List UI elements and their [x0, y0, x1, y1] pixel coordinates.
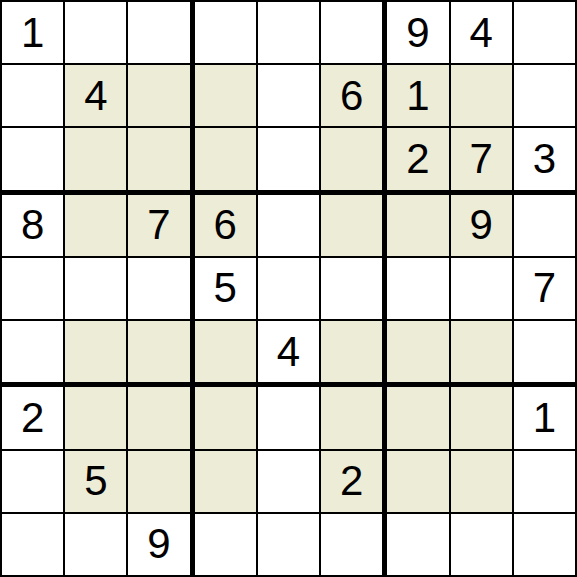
sudoku-cell-r6c4[interactable] — [195, 321, 256, 382]
sudoku-cell-r6c6[interactable] — [321, 321, 382, 382]
given-digit: 8 — [21, 204, 44, 246]
sudoku-cell-r5c4[interactable]: 5 — [195, 258, 256, 319]
sudoku-cell-r3c9[interactable]: 3 — [514, 128, 575, 189]
given-digit: 7 — [533, 267, 556, 309]
given-digit: 2 — [340, 460, 363, 502]
sudoku-cell-r1c8[interactable]: 4 — [451, 2, 512, 63]
sudoku-cell-r1c3[interactable] — [128, 2, 189, 63]
sudoku-cell-r2c5[interactable] — [258, 65, 319, 126]
sudoku-cell-r9c3[interactable]: 9 — [128, 514, 189, 575]
sudoku-cell-r8c6[interactable]: 2 — [321, 451, 382, 512]
sudoku-cell-r9c8[interactable] — [451, 514, 512, 575]
sudoku-cell-r2c8[interactable] — [451, 65, 512, 126]
sudoku-cell-r1c2[interactable] — [65, 2, 126, 63]
sudoku-cell-r4c9[interactable] — [514, 195, 575, 256]
sudoku-cell-r9c1[interactable] — [2, 514, 63, 575]
sudoku-cell-r4c8[interactable]: 9 — [451, 195, 512, 256]
given-digit: 6 — [340, 75, 363, 117]
sudoku-cell-r5c2[interactable] — [65, 258, 126, 319]
sudoku-cell-r5c3[interactable] — [128, 258, 189, 319]
sudoku-cell-r2c4[interactable] — [195, 65, 256, 126]
sudoku-cell-r2c1[interactable] — [2, 65, 63, 126]
sudoku-cell-r8c5[interactable] — [258, 451, 319, 512]
sudoku-cell-r9c5[interactable] — [258, 514, 319, 575]
sudoku-cell-r4c6[interactable] — [321, 195, 382, 256]
given-digit: 3 — [533, 138, 556, 180]
sudoku-cell-r7c5[interactable] — [258, 387, 319, 448]
sudoku-cell-r8c9[interactable] — [514, 451, 575, 512]
sudoku-cell-r2c9[interactable] — [514, 65, 575, 126]
sudoku-cell-r5c6[interactable] — [321, 258, 382, 319]
given-digit: 5 — [214, 267, 237, 309]
sudoku-cell-r7c9[interactable]: 1 — [514, 387, 575, 448]
sudoku-cell-r3c7[interactable]: 2 — [387, 128, 448, 189]
sudoku-cell-r9c9[interactable] — [514, 514, 575, 575]
sudoku-cell-r7c2[interactable] — [65, 387, 126, 448]
sudoku-cell-r6c8[interactable] — [451, 321, 512, 382]
sudoku-cell-r2c2[interactable]: 4 — [65, 65, 126, 126]
given-digit: 1 — [406, 75, 429, 117]
sudoku-cell-r9c4[interactable] — [195, 514, 256, 575]
sudoku-cell-r7c4[interactable] — [195, 387, 256, 448]
sudoku-cell-r3c6[interactable] — [321, 128, 382, 189]
sudoku-cell-r6c7[interactable] — [387, 321, 448, 382]
sudoku-cell-r2c6[interactable]: 6 — [321, 65, 382, 126]
sudoku-cell-r3c5[interactable] — [258, 128, 319, 189]
sudoku-cell-r4c3[interactable]: 7 — [128, 195, 189, 256]
sudoku-cell-r6c3[interactable] — [128, 321, 189, 382]
given-digit: 7 — [147, 204, 170, 246]
sudoku-cell-r1c1[interactable]: 1 — [2, 2, 63, 63]
sudoku-cell-r8c8[interactable] — [451, 451, 512, 512]
given-digit: 2 — [406, 138, 429, 180]
given-digit: 4 — [84, 75, 107, 117]
sudoku-cell-r7c8[interactable] — [451, 387, 512, 448]
sudoku-cell-r8c3[interactable] — [128, 451, 189, 512]
given-digit: 4 — [469, 12, 492, 54]
given-digit: 7 — [469, 138, 492, 180]
given-digit: 2 — [21, 397, 44, 439]
sudoku-cell-r7c1[interactable]: 2 — [2, 387, 63, 448]
given-digit: 1 — [533, 397, 556, 439]
sudoku-cell-r4c7[interactable] — [387, 195, 448, 256]
given-digit: 9 — [147, 523, 170, 565]
sudoku-cell-r1c9[interactable] — [514, 2, 575, 63]
sudoku-cell-r1c6[interactable] — [321, 2, 382, 63]
sudoku-cell-r5c1[interactable] — [2, 258, 63, 319]
sudoku-cell-r5c5[interactable] — [258, 258, 319, 319]
given-digit: 9 — [406, 12, 429, 54]
given-digit: 4 — [277, 331, 300, 373]
sudoku-cell-r6c1[interactable] — [2, 321, 63, 382]
sudoku-cell-r5c8[interactable] — [451, 258, 512, 319]
given-digit: 5 — [84, 460, 107, 502]
given-digit: 6 — [214, 204, 237, 246]
sudoku-cell-r3c1[interactable] — [2, 128, 63, 189]
sudoku-cell-r8c1[interactable] — [2, 451, 63, 512]
sudoku-cell-r7c3[interactable] — [128, 387, 189, 448]
sudoku-cell-r5c7[interactable] — [387, 258, 448, 319]
given-digit: 9 — [469, 204, 492, 246]
sudoku-cell-r3c8[interactable]: 7 — [451, 128, 512, 189]
sudoku-board: 194461273876957421529 — [0, 0, 577, 577]
sudoku-cell-r7c6[interactable] — [321, 387, 382, 448]
sudoku-cell-r9c6[interactable] — [321, 514, 382, 575]
sudoku-cell-r3c4[interactable] — [195, 128, 256, 189]
sudoku-cell-r8c4[interactable] — [195, 451, 256, 512]
sudoku-cell-r8c7[interactable] — [387, 451, 448, 512]
sudoku-cell-r8c2[interactable]: 5 — [65, 451, 126, 512]
sudoku-cell-r4c5[interactable] — [258, 195, 319, 256]
sudoku-cell-r4c1[interactable]: 8 — [2, 195, 63, 256]
sudoku-cell-r6c9[interactable] — [514, 321, 575, 382]
sudoku-cell-r3c2[interactable] — [65, 128, 126, 189]
sudoku-cell-r2c3[interactable] — [128, 65, 189, 126]
sudoku-cell-r2c7[interactable]: 1 — [387, 65, 448, 126]
sudoku-cell-r9c2[interactable] — [65, 514, 126, 575]
sudoku-cell-r4c4[interactable]: 6 — [195, 195, 256, 256]
sudoku-cell-r6c5[interactable]: 4 — [258, 321, 319, 382]
sudoku-cell-r6c2[interactable] — [65, 321, 126, 382]
sudoku-cell-r9c7[interactable] — [387, 514, 448, 575]
given-digit: 1 — [21, 12, 44, 54]
sudoku-cell-r1c7[interactable]: 9 — [387, 2, 448, 63]
sudoku-cell-r1c4[interactable] — [195, 2, 256, 63]
sudoku-cell-r3c3[interactable] — [128, 128, 189, 189]
sudoku-cell-r5c9[interactable]: 7 — [514, 258, 575, 319]
sudoku-cell-r7c7[interactable] — [387, 387, 448, 448]
sudoku-cell-r1c5[interactable] — [258, 2, 319, 63]
sudoku-cell-r4c2[interactable] — [65, 195, 126, 256]
